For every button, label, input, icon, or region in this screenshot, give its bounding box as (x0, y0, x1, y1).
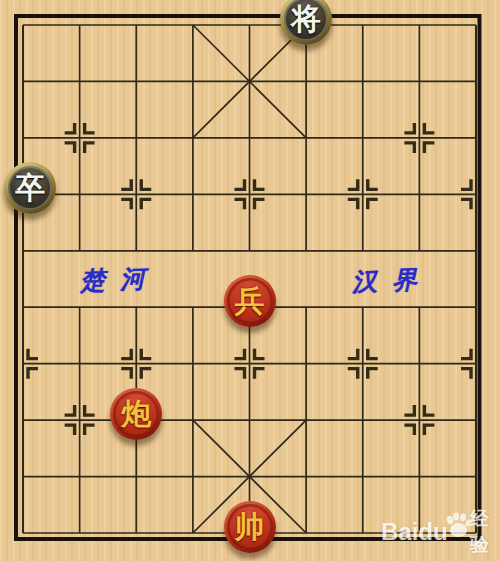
watermark: Baidu 经验 jingyan.baidu.com (381, 506, 500, 561)
watermark-suffix: 经验 (470, 506, 500, 558)
river-label-chu: 楚河 (79, 262, 160, 298)
piece-disc: 卒 (4, 162, 56, 214)
piece-glyph: 帅 (235, 512, 265, 542)
piece-red-general[interactable]: 帅 (221, 505, 278, 561)
piece-glyph: 卒 (15, 173, 45, 203)
piece-disc: 炮 (110, 388, 162, 440)
piece-disc: 将 (280, 0, 332, 45)
river-label-han: 汉界 (351, 263, 432, 299)
xiangqi-board: 将卒兵炮帅 楚河 汉界 Baidu 经验 jingyan.baidu.com (0, 0, 500, 561)
piece-glyph: 炮 (121, 399, 151, 429)
piece-black-soldier[interactable]: 卒 (0, 166, 51, 222)
watermark-brand: Baidu (381, 518, 448, 546)
piece-black-general[interactable]: 将 (278, 0, 335, 53)
piece-glyph: 兵 (235, 286, 265, 316)
piece-red-soldier[interactable]: 兵 (221, 279, 278, 335)
piece-disc: 兵 (224, 275, 276, 327)
piece-glyph: 将 (291, 4, 321, 34)
piece-disc: 帅 (224, 501, 276, 553)
piece-red-cannon[interactable]: 炮 (108, 392, 165, 448)
